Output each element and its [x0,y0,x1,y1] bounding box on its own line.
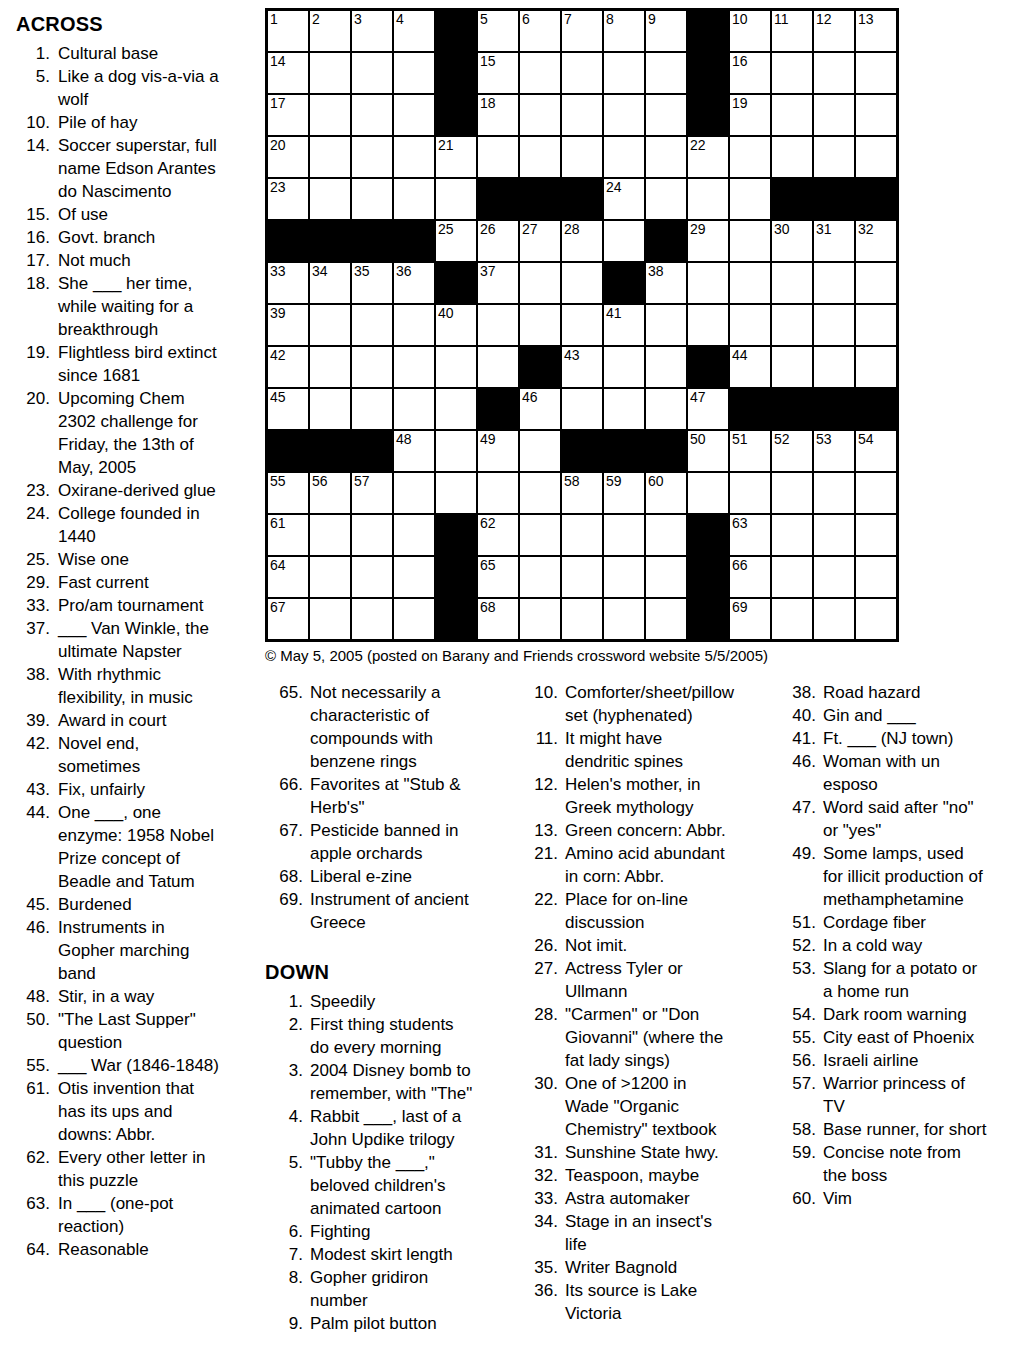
empty-cell[interactable] [729,262,771,304]
clue-across-19: 19.Flightless bird extinct since 1681 [16,341,259,387]
empty-cell[interactable] [435,430,477,472]
empty-cell[interactable] [603,94,645,136]
clue-down-52: 52.In a cold way [778,934,1031,957]
cell-number: 56 [312,473,328,489]
empty-cell[interactable]: 43 [561,346,603,388]
empty-cell[interactable] [435,346,477,388]
empty-cell[interactable]: 5 [477,10,519,52]
clue-down-13: 13.Green concern: Abbr. [520,819,778,842]
cell-number: 17 [270,95,286,111]
clue-number: 1. [265,990,303,1013]
empty-cell[interactable]: 57 [351,472,393,514]
empty-cell[interactable] [477,304,519,346]
empty-cell[interactable]: 10 [729,10,771,52]
empty-cell[interactable] [351,94,393,136]
clue-text: Place for on-line discussion [558,888,778,934]
clue-text: Actress Tyler or Ullmann [558,957,778,1003]
empty-cell[interactable] [519,94,561,136]
clue-down-56: 56.Israeli airline [778,1049,1031,1072]
empty-cell[interactable] [645,556,687,598]
empty-cell[interactable]: 48 [393,430,435,472]
empty-cell[interactable] [393,346,435,388]
empty-cell[interactable] [561,388,603,430]
clue-number: 63. [16,1192,50,1238]
empty-cell[interactable]: 56 [309,472,351,514]
clue-text: Govt. branch [50,226,259,249]
empty-cell[interactable] [813,472,855,514]
clue-number: 37. [16,617,50,663]
empty-cell[interactable]: 58 [561,472,603,514]
empty-cell[interactable] [519,52,561,94]
empty-cell[interactable]: 53 [813,430,855,472]
block-cell [813,388,855,430]
clue-number: 10. [16,111,50,134]
empty-cell[interactable] [645,388,687,430]
empty-cell[interactable] [561,304,603,346]
empty-cell[interactable] [687,262,729,304]
cell-number: 64 [270,557,286,573]
empty-cell[interactable] [561,556,603,598]
empty-cell[interactable] [309,514,351,556]
empty-cell[interactable] [771,52,813,94]
cell-number: 21 [438,137,454,153]
clue-down-12: 12.Helen's mother, in Greek mythology [520,773,778,819]
empty-cell[interactable]: 62 [477,514,519,556]
empty-cell[interactable] [351,388,393,430]
empty-cell[interactable] [519,430,561,472]
empty-cell[interactable] [519,598,561,640]
cell-number: 19 [732,95,748,111]
clue-number: 35. [520,1256,558,1279]
cell-number: 52 [774,431,790,447]
empty-cell[interactable]: 15 [477,52,519,94]
clue-down-4: 4.Rabbit ___, last of a John Updike tril… [265,1105,520,1151]
empty-cell[interactable]: 41 [603,304,645,346]
empty-cell[interactable] [813,556,855,598]
empty-cell[interactable] [351,598,393,640]
empty-cell[interactable] [813,262,855,304]
clue-number: 9. [265,1312,303,1335]
clue-number: 19. [16,341,50,387]
clue-number: 8. [265,1266,303,1312]
clue-number: 54. [778,1003,816,1026]
cell-number: 58 [564,473,580,489]
empty-cell[interactable] [771,472,813,514]
empty-cell[interactable] [603,598,645,640]
block-cell [561,178,603,220]
empty-cell[interactable] [855,556,897,598]
empty-cell[interactable] [855,52,897,94]
clue-across-20: 20.Upcoming Chem 2302 challenge for Frid… [16,387,259,479]
empty-cell[interactable] [561,136,603,178]
clue-down-60: 60.Vim [778,1187,1031,1210]
empty-cell[interactable]: 17 [267,94,309,136]
empty-cell[interactable]: 20 [267,136,309,178]
clue-text: College founded in 1440 [50,502,259,548]
block-cell [435,514,477,556]
empty-cell[interactable] [645,52,687,94]
clue-number: 23. [16,479,50,502]
empty-cell[interactable] [309,598,351,640]
empty-cell[interactable]: 68 [477,598,519,640]
clue-across-33: 33.Pro/am tournament [16,594,259,617]
empty-cell[interactable] [393,178,435,220]
clue-text: Not much [50,249,259,272]
empty-cell[interactable] [603,136,645,178]
clue-number: 50. [16,1008,50,1054]
empty-cell[interactable] [309,556,351,598]
clue-down-9: 9.Palm pilot button [265,1312,520,1335]
empty-cell[interactable]: 27 [519,220,561,262]
empty-cell[interactable]: 19 [729,94,771,136]
empty-cell[interactable]: 4 [393,10,435,52]
clue-number: 47. [778,796,816,842]
cell-number: 13 [858,11,874,27]
clue-across-50: 50."The Last Supper" question [16,1008,259,1054]
empty-cell[interactable] [393,598,435,640]
empty-cell[interactable] [729,472,771,514]
block-cell [435,10,477,52]
empty-cell[interactable]: 30 [771,220,813,262]
clue-number: 17. [16,249,50,272]
empty-cell[interactable]: 8 [603,10,645,52]
empty-cell[interactable] [855,472,897,514]
empty-cell[interactable] [393,556,435,598]
bottom-clue-columns: 65.Not necessarily a characteristic of c… [265,681,1031,1335]
empty-cell[interactable]: 45 [267,388,309,430]
cell-number: 15 [480,53,496,69]
empty-cell[interactable] [645,94,687,136]
empty-cell[interactable] [603,556,645,598]
cell-number: 16 [732,53,748,69]
clue-across-67: 67.Pesticide banned in apple orchards [265,819,520,865]
empty-cell[interactable]: 7 [561,10,603,52]
cell-number: 8 [606,11,614,27]
clue-number: 10. [520,681,558,727]
empty-cell[interactable] [645,598,687,640]
empty-cell[interactable]: 11 [771,10,813,52]
clue-number: 57. [778,1072,816,1118]
cell-number: 23 [270,179,286,195]
clue-down-34: 34.Stage in an insect's life [520,1210,778,1256]
empty-cell[interactable] [519,262,561,304]
empty-cell[interactable] [561,52,603,94]
empty-cell[interactable] [393,136,435,178]
empty-cell[interactable] [351,178,393,220]
empty-cell[interactable] [855,598,897,640]
empty-cell[interactable] [645,304,687,346]
empty-cell[interactable]: 65 [477,556,519,598]
clue-text: Amino acid abundant in corn: Abbr. [558,842,778,888]
empty-cell[interactable] [561,262,603,304]
empty-cell[interactable]: 42 [267,346,309,388]
cell-number: 42 [270,347,286,363]
empty-cell[interactable] [645,346,687,388]
clue-text: Reasonable [50,1238,259,1261]
empty-cell[interactable] [477,472,519,514]
empty-cell[interactable] [855,346,897,388]
empty-cell[interactable] [813,52,855,94]
clue-down-40: 40.Gin and ___ [778,704,1031,727]
cell-number: 9 [648,11,656,27]
empty-cell[interactable]: 46 [519,388,561,430]
empty-cell[interactable]: 24 [603,178,645,220]
clue-number: 27. [520,957,558,1003]
empty-cell[interactable]: 22 [687,136,729,178]
empty-cell[interactable] [813,304,855,346]
empty-cell[interactable] [519,514,561,556]
clue-text: 2004 Disney bomb to remember, with "The" [303,1059,520,1105]
empty-cell[interactable]: 36 [393,262,435,304]
cell-number: 40 [438,305,454,321]
empty-cell[interactable] [309,304,351,346]
empty-cell[interactable]: 54 [855,430,897,472]
empty-cell[interactable] [645,178,687,220]
empty-cell[interactable]: 67 [267,598,309,640]
clue-text: Writer Bagnold [558,1256,778,1279]
clue-text: Speedily [303,990,520,1013]
clue-number: 60. [778,1187,816,1210]
empty-cell[interactable] [561,94,603,136]
empty-cell[interactable]: 13 [855,10,897,52]
block-cell [393,220,435,262]
empty-cell[interactable]: 2 [309,10,351,52]
empty-cell[interactable] [687,472,729,514]
clue-text: Oxirane-derived glue [50,479,259,502]
empty-cell[interactable]: 64 [267,556,309,598]
empty-cell[interactable]: 51 [729,430,771,472]
empty-cell[interactable] [561,514,603,556]
empty-cell[interactable]: 49 [477,430,519,472]
empty-cell[interactable] [771,94,813,136]
empty-cell[interactable]: 16 [729,52,771,94]
cell-number: 25 [438,221,454,237]
empty-cell[interactable] [561,598,603,640]
clue-number: 69. [265,888,303,934]
empty-cell[interactable] [393,94,435,136]
empty-cell[interactable]: 44 [729,346,771,388]
clue-down-30: 30.One of >1200 in Wade "Organic Chemist… [520,1072,778,1141]
empty-cell[interactable] [855,136,897,178]
block-cell [435,556,477,598]
empty-cell[interactable]: 35 [351,262,393,304]
empty-cell[interactable] [393,472,435,514]
empty-cell[interactable] [687,304,729,346]
empty-cell[interactable] [435,178,477,220]
empty-cell[interactable]: 52 [771,430,813,472]
empty-cell[interactable]: 29 [687,220,729,262]
empty-cell[interactable] [309,94,351,136]
empty-cell[interactable]: 3 [351,10,393,52]
empty-cell[interactable] [435,472,477,514]
empty-cell[interactable]: 31 [813,220,855,262]
empty-cell[interactable] [309,52,351,94]
clue-column-3: 10.Comforter/sheet/pillow set (hyphenate… [520,681,778,1335]
empty-cell[interactable] [855,94,897,136]
empty-cell[interactable] [519,472,561,514]
empty-cell[interactable]: 47 [687,388,729,430]
clue-text: "Carmen" or "Don Giovanni" (where the fa… [558,1003,778,1072]
block-cell [519,346,561,388]
empty-cell[interactable]: 23 [267,178,309,220]
empty-cell[interactable]: 9 [645,10,687,52]
block-cell [477,388,519,430]
empty-cell[interactable] [813,346,855,388]
clue-number: 24. [16,502,50,548]
empty-cell[interactable] [813,514,855,556]
cell-number: 43 [564,347,580,363]
clue-text: Instruments in Gopher marching band [50,916,259,985]
empty-cell[interactable] [603,514,645,556]
empty-cell[interactable]: 33 [267,262,309,304]
empty-cell[interactable] [477,136,519,178]
cell-number: 32 [858,221,874,237]
empty-cell[interactable]: 40 [435,304,477,346]
empty-cell[interactable]: 18 [477,94,519,136]
empty-cell[interactable]: 38 [645,262,687,304]
clue-number: 3. [265,1059,303,1105]
clue-across-18: 18.She ___ her time, while waiting for a… [16,272,259,341]
block-cell [645,430,687,472]
clue-text: Fast current [50,571,259,594]
empty-cell[interactable]: 21 [435,136,477,178]
empty-cell[interactable] [393,52,435,94]
cell-number: 50 [690,431,706,447]
empty-cell[interactable]: 61 [267,514,309,556]
empty-cell[interactable] [771,262,813,304]
empty-cell[interactable] [855,262,897,304]
empty-cell[interactable]: 28 [561,220,603,262]
clue-text: Warrior princess of TV [816,1072,1031,1118]
empty-cell[interactable]: 6 [519,10,561,52]
empty-cell[interactable] [645,514,687,556]
empty-cell[interactable]: 60 [645,472,687,514]
empty-cell[interactable] [351,346,393,388]
empty-cell[interactable]: 14 [267,52,309,94]
empty-cell[interactable]: 59 [603,472,645,514]
clue-text: Astra automaker [558,1187,778,1210]
empty-cell[interactable] [687,178,729,220]
empty-cell[interactable] [603,388,645,430]
clue-number: 1. [16,42,50,65]
clue-text: Fix, unfairly [50,778,259,801]
empty-cell[interactable] [351,304,393,346]
cell-number: 53 [816,431,832,447]
empty-cell[interactable] [603,52,645,94]
clue-down-26: 26.Not imit. [520,934,778,957]
empty-cell[interactable]: 69 [729,598,771,640]
empty-cell[interactable] [477,346,519,388]
empty-cell[interactable] [771,556,813,598]
block-cell [603,430,645,472]
empty-cell[interactable] [645,136,687,178]
crossword-page: ACROSS 1.Cultural base5.Like a dog vis-a… [0,0,1031,1346]
empty-cell[interactable] [771,304,813,346]
clue-number: 66. [265,773,303,819]
empty-cell[interactable] [603,346,645,388]
empty-cell[interactable] [771,514,813,556]
cell-number: 55 [270,473,286,489]
empty-cell[interactable]: 63 [729,514,771,556]
clue-number: 44. [16,801,50,893]
empty-cell[interactable] [309,388,351,430]
clue-number: 33. [16,594,50,617]
empty-cell[interactable] [351,136,393,178]
empty-cell[interactable] [771,136,813,178]
empty-cell[interactable] [813,94,855,136]
clue-text: Gin and ___ [816,704,1031,727]
clue-down-46: 46.Woman with un esposo [778,750,1031,796]
clue-text: Word said after "no" or "yes" [816,796,1031,842]
clue-number: 52. [778,934,816,957]
empty-cell[interactable] [393,304,435,346]
empty-cell[interactable] [519,136,561,178]
empty-cell[interactable]: 26 [477,220,519,262]
empty-cell[interactable]: 37 [477,262,519,304]
clue-across-42: 42.Novel end, sometimes [16,732,259,778]
empty-cell[interactable]: 1 [267,10,309,52]
empty-cell[interactable]: 50 [687,430,729,472]
empty-cell[interactable] [393,514,435,556]
empty-cell[interactable] [309,178,351,220]
empty-cell[interactable] [519,556,561,598]
empty-cell[interactable] [351,514,393,556]
empty-cell[interactable] [855,304,897,346]
empty-cell[interactable] [729,178,771,220]
clue-number: 22. [520,888,558,934]
empty-cell[interactable] [813,136,855,178]
empty-cell[interactable] [309,136,351,178]
cell-number: 38 [648,263,664,279]
empty-cell[interactable]: 25 [435,220,477,262]
empty-cell[interactable] [729,304,771,346]
block-cell [729,388,771,430]
cell-number: 41 [606,305,622,321]
clue-down-57: 57.Warrior princess of TV [778,1072,1031,1118]
empty-cell[interactable] [351,556,393,598]
empty-cell[interactable]: 55 [267,472,309,514]
block-cell [813,178,855,220]
empty-cell[interactable] [855,514,897,556]
empty-cell[interactable] [603,220,645,262]
empty-cell[interactable] [309,346,351,388]
empty-cell[interactable] [435,388,477,430]
empty-cell[interactable] [813,598,855,640]
clue-down-53: 53.Slang for a potato or a home run [778,957,1031,1003]
empty-cell[interactable] [729,136,771,178]
clue-number: 65. [265,681,303,773]
empty-cell[interactable]: 34 [309,262,351,304]
empty-cell[interactable]: 12 [813,10,855,52]
clue-down-41: 41.Ft. ___ (NJ town) [778,727,1031,750]
clue-number: 40. [778,704,816,727]
empty-cell[interactable] [393,388,435,430]
clue-number: 49. [778,842,816,911]
empty-cell[interactable]: 39 [267,304,309,346]
clue-text: Stir, in a way [50,985,259,1008]
empty-cell[interactable]: 66 [729,556,771,598]
clue-number: 28. [520,1003,558,1072]
empty-cell[interactable] [771,346,813,388]
cell-number: 51 [732,431,748,447]
empty-cell[interactable] [729,220,771,262]
empty-cell[interactable]: 32 [855,220,897,262]
empty-cell[interactable] [351,52,393,94]
empty-cell[interactable] [519,304,561,346]
clue-across-69: 69.Instrument of ancient Greece [265,888,520,934]
clue-across-29: 29.Fast current [16,571,259,594]
empty-cell[interactable] [771,598,813,640]
